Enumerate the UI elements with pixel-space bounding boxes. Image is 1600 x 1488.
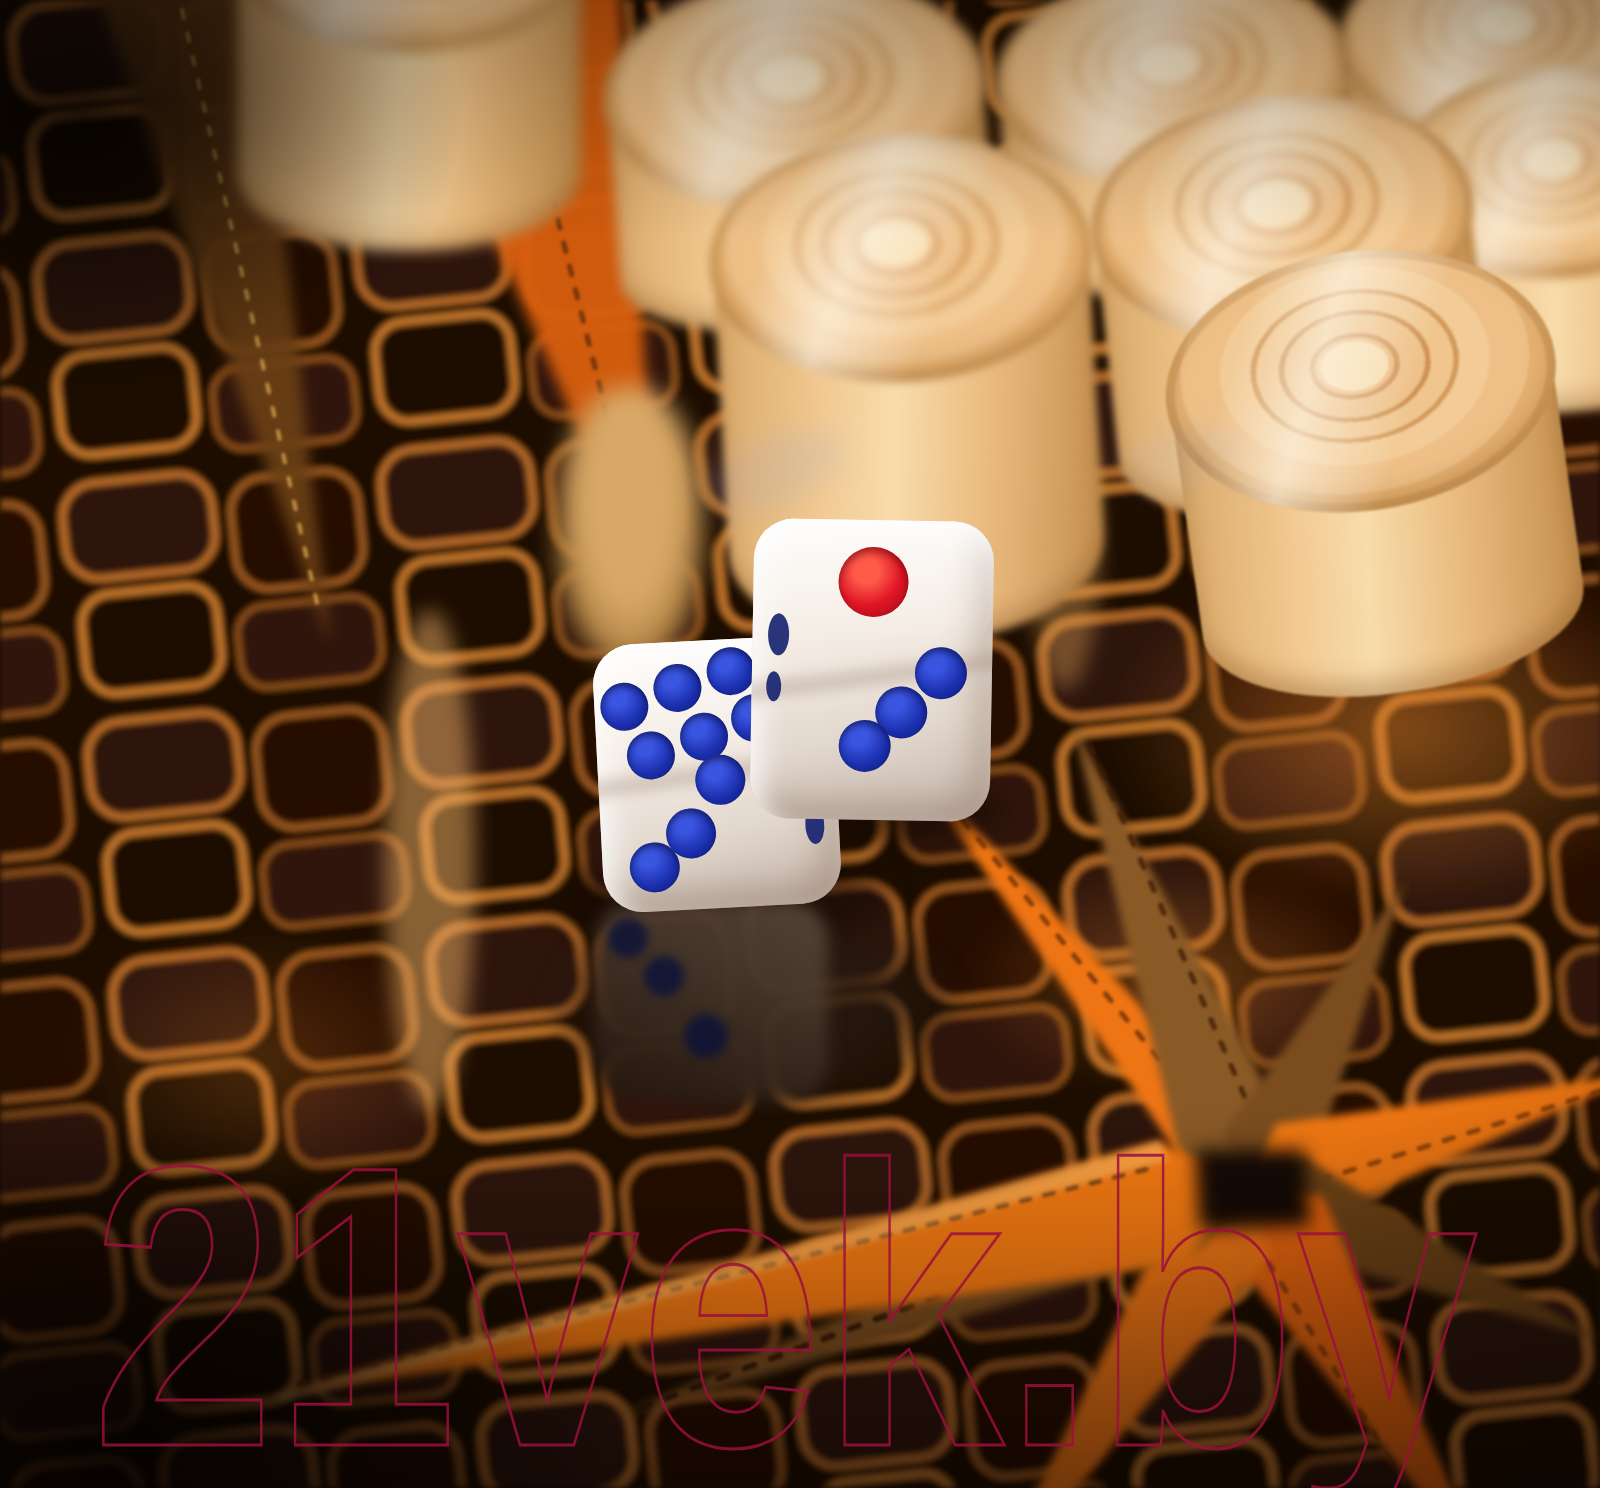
checker: [558, 387, 702, 663]
star-ray: [1195, 1150, 1310, 1230]
die-pip-blue: [915, 647, 968, 700]
leather-glow: [60, 920, 460, 1200]
die-pip-darkblue: [767, 610, 791, 658]
reflected-pip: [644, 956, 684, 996]
die-pip-blue: [838, 719, 891, 772]
die-pip-blue: [652, 663, 702, 713]
checker: [233, 0, 585, 257]
die-pip-red: [838, 546, 909, 617]
reflected-pip: [608, 918, 648, 958]
backgammon-board-photo: 21vek.by: [0, 0, 1600, 1488]
right-die: [749, 518, 994, 822]
reflected-pip: [684, 1014, 728, 1058]
die-pip-blue: [599, 682, 649, 732]
die-pip-blue: [705, 646, 755, 696]
